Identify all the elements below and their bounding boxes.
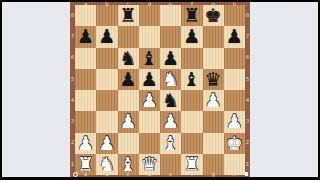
coordinate-file-a-bottom: a [75, 172, 96, 178]
coordinate-file-d-bottom: d [139, 172, 160, 178]
square-b4 [96, 90, 117, 111]
coordinate-file-h-bottom: h [224, 172, 245, 178]
chess-board-frame: ♜♜♚♟♟♟♟♞♝♟♟♟♞♝♛♟♞♟♟♟♟♟♟♝♚♜♞♝♛♜ aabbccdde… [70, 2, 250, 177]
square-e8 [160, 5, 181, 26]
white-pawn-e3: ♟ [162, 112, 179, 131]
black-rook-c8: ♜ [120, 6, 137, 25]
square-b7: ♟ [96, 26, 117, 47]
square-c2 [118, 133, 139, 154]
square-e7 [160, 26, 181, 47]
square-g4: ♟ [203, 90, 224, 111]
square-f2 [181, 133, 202, 154]
coordinate-file-f-bottom: f [181, 172, 202, 178]
square-g8: ♚ [203, 5, 224, 26]
coordinate-rank-2-left: 2 [70, 133, 75, 154]
square-g7 [203, 26, 224, 47]
black-rook-f8: ♜ [183, 6, 200, 25]
square-h8 [224, 5, 245, 26]
white-pawn-d4: ♟ [141, 91, 158, 110]
coordinate-rank-4-left: 4 [70, 90, 75, 111]
black-pawn-d5: ♟ [141, 69, 158, 88]
black-pawn-b7: ♟ [98, 27, 115, 46]
square-e2: ♝ [160, 133, 181, 154]
square-f8: ♜ [181, 5, 202, 26]
square-g6 [203, 48, 224, 69]
coordinate-rank-8-left: 8 [70, 5, 75, 26]
square-b2: ♟ [96, 133, 117, 154]
coordinate-rank-4-right: 4 [245, 90, 250, 111]
coordinate-rank-3-left: 3 [70, 111, 75, 132]
square-e6: ♟ [160, 48, 181, 69]
square-g2 [203, 133, 224, 154]
square-e4: ♞ [160, 90, 181, 111]
coordinate-file-f-top: f [181, 2, 202, 8]
square-g3 [203, 111, 224, 132]
square-e3: ♟ [160, 111, 181, 132]
white-pawn-h3: ♟ [226, 112, 243, 131]
black-queen-g5: ♛ [205, 69, 222, 88]
coordinate-file-e-top: e [160, 2, 181, 8]
white-pawn-c3: ♟ [120, 112, 137, 131]
square-h6 [224, 48, 245, 69]
square-h3: ♟ [224, 111, 245, 132]
square-d6: ♝ [139, 48, 160, 69]
coordinate-file-e-bottom: e [160, 172, 181, 178]
square-h7: ♟ [224, 26, 245, 47]
square-h4 [224, 90, 245, 111]
square-f5: ♝ [181, 69, 202, 90]
square-f3 [181, 111, 202, 132]
square-f6 [181, 48, 202, 69]
square-h2: ♚ [224, 133, 245, 154]
black-pawn-h7: ♟ [226, 27, 243, 46]
black-knight-e4: ♞ [162, 91, 179, 110]
black-bishop-f5: ♝ [183, 69, 200, 88]
chess-board: ♜♜♚♟♟♟♟♞♝♟♟♟♞♝♛♟♞♟♟♟♟♟♟♝♚♜♞♝♛♜ [75, 5, 245, 175]
square-c8: ♜ [118, 5, 139, 26]
coordinate-rank-8-right: 8 [245, 5, 250, 26]
coordinate-file-b-bottom: b [96, 172, 117, 178]
coordinate-file-a-top: a [75, 2, 96, 8]
square-c7 [118, 26, 139, 47]
square-c3: ♟ [118, 111, 139, 132]
square-a6 [75, 48, 96, 69]
page-background: ♜♜♚♟♟♟♟♞♝♟♟♟♞♝♛♟♞♟♟♟♟♟♟♝♚♜♞♝♛♜ aabbccdde… [2, 2, 318, 177]
white-pawn-a2: ♟ [77, 133, 94, 152]
square-d5: ♟ [139, 69, 160, 90]
square-d8 [139, 5, 160, 26]
coordinate-rank-1-right: 1 [245, 154, 250, 175]
coordinate-rank-6-right: 6 [245, 48, 250, 69]
black-pawn-e6: ♟ [162, 48, 179, 67]
square-c6: ♞ [118, 48, 139, 69]
square-a2: ♟ [75, 133, 96, 154]
square-b5 [96, 69, 117, 90]
square-b8 [96, 5, 117, 26]
white-pawn-g4: ♟ [205, 91, 222, 110]
square-a5 [75, 69, 96, 90]
coordinate-rank-3-right: 3 [245, 111, 250, 132]
square-b3 [96, 111, 117, 132]
coordinate-rank-7-left: 7 [70, 26, 75, 47]
white-knight-e5: ♞ [162, 69, 179, 88]
black-pawn-a7: ♟ [77, 27, 94, 46]
square-d2 [139, 133, 160, 154]
coordinate-file-d-top: d [139, 2, 160, 8]
square-h5 [224, 69, 245, 90]
square-e5: ♞ [160, 69, 181, 90]
black-pawn-c5: ♟ [120, 69, 137, 88]
square-a3 [75, 111, 96, 132]
square-a4 [75, 90, 96, 111]
white-king-h2: ♚ [226, 133, 243, 152]
coordinate-file-b-top: b [96, 2, 117, 8]
square-d4: ♟ [139, 90, 160, 111]
square-a8 [75, 5, 96, 26]
coordinate-rank-5-right: 5 [245, 69, 250, 90]
black-bishop-d6: ♝ [141, 48, 158, 67]
black-king-g8: ♚ [205, 6, 222, 25]
square-d7 [139, 26, 160, 47]
square-a7: ♟ [75, 26, 96, 47]
square-c5: ♟ [118, 69, 139, 90]
coordinate-rank-1-left: 1 [70, 154, 75, 175]
coordinate-file-g-top: g [203, 2, 224, 8]
black-pawn-f7: ♟ [183, 27, 200, 46]
square-g5: ♛ [203, 69, 224, 90]
coordinate-file-g-bottom: g [203, 172, 224, 178]
black-knight-c6: ♞ [120, 48, 137, 67]
square-f7: ♟ [181, 26, 202, 47]
square-c4 [118, 90, 139, 111]
coordinate-file-h-top: h [224, 2, 245, 8]
coordinate-rank-7-right: 7 [245, 26, 250, 47]
square-b6 [96, 48, 117, 69]
coordinate-rank-2-right: 2 [245, 133, 250, 154]
square-d3 [139, 111, 160, 132]
white-bishop-e2: ♝ [162, 133, 179, 152]
white-pawn-b2: ♟ [98, 133, 115, 152]
coordinate-file-c-top: c [118, 2, 139, 8]
square-f4 [181, 90, 202, 111]
coordinate-file-c-bottom: c [118, 172, 139, 178]
coordinate-rank-6-left: 6 [70, 48, 75, 69]
coordinate-rank-5-left: 5 [70, 69, 75, 90]
